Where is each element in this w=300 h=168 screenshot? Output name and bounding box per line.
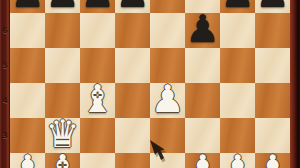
square-c6[interactable] bbox=[80, 13, 115, 48]
square-g5[interactable] bbox=[220, 48, 255, 83]
square-d4[interactable] bbox=[115, 83, 150, 118]
white-pawn-f2[interactable]: ♟ bbox=[185, 152, 219, 168]
square-f4[interactable] bbox=[185, 83, 220, 118]
white-bishop-b2[interactable]: ♝ bbox=[45, 152, 79, 168]
square-a2[interactable]: ♟ bbox=[10, 153, 45, 168]
square-f5[interactable] bbox=[185, 48, 220, 83]
square-b5[interactable] bbox=[45, 48, 80, 83]
square-c3[interactable] bbox=[80, 118, 115, 153]
white-pawn-a2[interactable]: ♟ bbox=[10, 152, 44, 168]
square-e4[interactable]: ♟ bbox=[150, 83, 185, 118]
white-pawn-e4[interactable]: ♟ bbox=[150, 82, 184, 117]
rank-labels: 6543 bbox=[0, 0, 10, 168]
square-b7[interactable]: ♟ bbox=[45, 0, 80, 13]
black-pawn-g7[interactable]: ♟ bbox=[220, 0, 254, 12]
white-pawn-h2[interactable]: ♟ bbox=[255, 152, 289, 168]
mouse-cursor-icon bbox=[139, 130, 169, 166]
square-a7[interactable]: ♟ bbox=[10, 0, 45, 13]
square-c7[interactable]: ♟ bbox=[80, 0, 115, 13]
black-pawn-f6[interactable]: ♟ bbox=[185, 12, 219, 47]
rank-label-5: 5 bbox=[0, 48, 10, 83]
square-c2[interactable] bbox=[80, 153, 115, 168]
square-e7[interactable] bbox=[150, 0, 185, 13]
square-c4[interactable]: ♝ bbox=[80, 83, 115, 118]
rank-label-4: 4 bbox=[0, 83, 10, 118]
black-pawn-b7[interactable]: ♟ bbox=[45, 0, 79, 12]
square-g7[interactable]: ♟ bbox=[220, 0, 255, 13]
square-g4[interactable] bbox=[220, 83, 255, 118]
square-g2[interactable]: ♟ bbox=[220, 153, 255, 168]
square-e6[interactable] bbox=[150, 13, 185, 48]
black-pawn-h7[interactable]: ♟ bbox=[255, 0, 289, 12]
square-g6[interactable] bbox=[220, 13, 255, 48]
square-a4[interactable] bbox=[10, 83, 45, 118]
black-pawn-d7[interactable]: ♟ bbox=[115, 0, 149, 12]
square-a6[interactable] bbox=[10, 13, 45, 48]
square-h7[interactable]: ♟ bbox=[255, 0, 290, 13]
square-h4[interactable] bbox=[255, 83, 290, 118]
square-d6[interactable] bbox=[115, 13, 150, 48]
square-d7[interactable]: ♟ bbox=[115, 0, 150, 13]
white-pawn-g2[interactable]: ♟ bbox=[220, 152, 254, 168]
square-f2[interactable]: ♟ bbox=[185, 153, 220, 168]
black-pawn-a7[interactable]: ♟ bbox=[10, 0, 44, 12]
rank-label-3: 3 bbox=[0, 118, 10, 153]
board-border-right bbox=[290, 0, 300, 168]
white-bishop-c4[interactable]: ♝ bbox=[80, 82, 114, 117]
square-h5[interactable] bbox=[255, 48, 290, 83]
black-pawn-c7[interactable]: ♟ bbox=[80, 0, 114, 12]
square-b6[interactable] bbox=[45, 13, 80, 48]
square-f6[interactable]: ♟ bbox=[185, 13, 220, 48]
square-h6[interactable] bbox=[255, 13, 290, 48]
chessboard-screenshot: ♟♟♟♟♟♟♟♝♟♛♟♝♟♟♟ 6543 bbox=[0, 0, 300, 168]
rank-label-6: 6 bbox=[0, 13, 10, 48]
square-d5[interactable] bbox=[115, 48, 150, 83]
square-a5[interactable] bbox=[10, 48, 45, 83]
square-b2[interactable]: ♝ bbox=[45, 153, 80, 168]
square-h2[interactable]: ♟ bbox=[255, 153, 290, 168]
